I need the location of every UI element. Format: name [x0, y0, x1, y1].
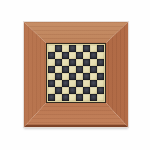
square-h2[interactable]: [97, 87, 104, 94]
square-d6[interactable]: [69, 59, 76, 66]
square-b6[interactable]: [55, 59, 62, 66]
square-g2[interactable]: [90, 87, 97, 94]
square-d3[interactable]: [69, 80, 76, 87]
square-h8[interactable]: [97, 45, 104, 52]
square-b1[interactable]: [55, 94, 62, 101]
square-d2[interactable]: [69, 87, 76, 94]
square-c1[interactable]: [62, 94, 69, 101]
square-b8[interactable]: [55, 45, 62, 52]
square-g8[interactable]: [90, 45, 97, 52]
square-c7[interactable]: [62, 52, 69, 59]
square-f3[interactable]: [83, 80, 90, 87]
photo-background: [0, 0, 150, 150]
square-h5[interactable]: [97, 66, 104, 73]
square-b4[interactable]: [55, 73, 62, 80]
square-c8[interactable]: [62, 45, 69, 52]
square-b7[interactable]: [55, 52, 62, 59]
square-a2[interactable]: [48, 87, 55, 94]
square-c3[interactable]: [62, 80, 69, 87]
square-e7[interactable]: [76, 52, 83, 59]
square-a4[interactable]: [48, 73, 55, 80]
square-a5[interactable]: [48, 66, 55, 73]
square-f7[interactable]: [83, 52, 90, 59]
chessboard: [24, 22, 128, 127]
square-d7[interactable]: [69, 52, 76, 59]
square-f2[interactable]: [83, 87, 90, 94]
square-a7[interactable]: [48, 52, 55, 59]
square-a6[interactable]: [48, 59, 55, 66]
square-c2[interactable]: [62, 87, 69, 94]
square-c4[interactable]: [62, 73, 69, 80]
square-g7[interactable]: [90, 52, 97, 59]
square-e6[interactable]: [76, 59, 83, 66]
square-e4[interactable]: [76, 73, 83, 80]
square-h1[interactable]: [97, 94, 104, 101]
square-c6[interactable]: [62, 59, 69, 66]
square-h4[interactable]: [97, 73, 104, 80]
square-f8[interactable]: [83, 45, 90, 52]
square-f4[interactable]: [83, 73, 90, 80]
square-f5[interactable]: [83, 66, 90, 73]
square-g3[interactable]: [90, 80, 97, 87]
board-field: [46, 43, 106, 103]
square-e1[interactable]: [76, 94, 83, 101]
square-d8[interactable]: [69, 45, 76, 52]
square-h7[interactable]: [97, 52, 104, 59]
square-a3[interactable]: [48, 80, 55, 87]
square-c5[interactable]: [62, 66, 69, 73]
square-d1[interactable]: [69, 94, 76, 101]
square-b2[interactable]: [55, 87, 62, 94]
square-e3[interactable]: [76, 80, 83, 87]
square-a1[interactable]: [48, 94, 55, 101]
square-h6[interactable]: [97, 59, 104, 66]
square-f1[interactable]: [83, 94, 90, 101]
square-e8[interactable]: [76, 45, 83, 52]
square-d4[interactable]: [69, 73, 76, 80]
square-h3[interactable]: [97, 80, 104, 87]
square-f6[interactable]: [83, 59, 90, 66]
square-a8[interactable]: [48, 45, 55, 52]
square-e2[interactable]: [76, 87, 83, 94]
square-b3[interactable]: [55, 80, 62, 87]
square-g6[interactable]: [90, 59, 97, 66]
checker-grid: [48, 45, 104, 101]
square-d5[interactable]: [69, 66, 76, 73]
square-b5[interactable]: [55, 66, 62, 73]
square-g4[interactable]: [90, 73, 97, 80]
square-g1[interactable]: [90, 94, 97, 101]
square-g5[interactable]: [90, 66, 97, 73]
square-e5[interactable]: [76, 66, 83, 73]
